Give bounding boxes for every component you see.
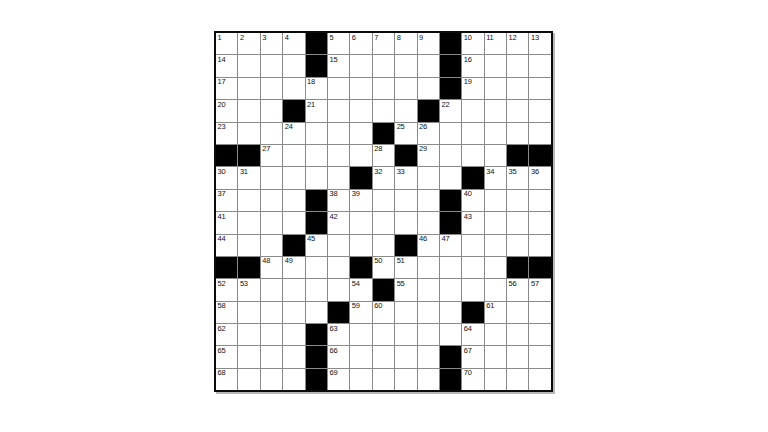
cell-r7c15[interactable]: 36 xyxy=(529,167,550,188)
cell-r13c7[interactable]: 59 xyxy=(350,302,371,323)
black-cell-r3c11 xyxy=(440,78,461,99)
clue-number-64: 64 xyxy=(464,325,472,333)
cell-r1c7[interactable]: 6 xyxy=(350,33,371,54)
clue-number-61: 61 xyxy=(486,302,494,310)
cell-r13c11[interactable] xyxy=(440,302,461,323)
cell-r3c15[interactable] xyxy=(529,78,550,99)
cell-r16c7[interactable] xyxy=(350,369,371,390)
cell-r14c10[interactable] xyxy=(418,324,439,345)
cell-r2c1[interactable]: 14 xyxy=(216,55,237,76)
clue-number-66: 66 xyxy=(329,347,337,355)
clue-number-33: 33 xyxy=(397,168,405,176)
cell-r12c1[interactable]: 52 xyxy=(216,279,237,300)
cell-r9c8[interactable] xyxy=(373,212,394,233)
clue-number-13: 13 xyxy=(531,34,539,42)
cell-r2c13[interactable] xyxy=(485,55,506,76)
cell-r15c2[interactable] xyxy=(238,346,259,367)
cell-r9c7[interactable] xyxy=(350,212,371,233)
cell-r3c5[interactable]: 18 xyxy=(306,78,327,99)
cell-r2c10[interactable] xyxy=(418,55,439,76)
cell-r4c9[interactable] xyxy=(395,100,416,121)
cell-r3c6[interactable] xyxy=(328,78,349,99)
clue-number-11: 11 xyxy=(486,34,493,42)
clue-number-34: 34 xyxy=(486,168,494,176)
cell-r5c12[interactable] xyxy=(462,123,483,144)
cell-r9c1[interactable]: 41 xyxy=(216,212,237,233)
cell-r16c9[interactable] xyxy=(395,369,416,390)
cell-r12c13[interactable] xyxy=(485,279,506,300)
clue-number-70: 70 xyxy=(464,369,472,377)
black-cell-r7c12 xyxy=(462,167,483,188)
cell-r6c4[interactable] xyxy=(283,145,304,166)
cell-r9c10[interactable] xyxy=(418,212,439,233)
black-cell-r11c1 xyxy=(216,257,237,278)
clue-number-21: 21 xyxy=(307,101,315,109)
cell-r16c10[interactable] xyxy=(418,369,439,390)
cell-r15c9[interactable] xyxy=(395,346,416,367)
cell-r7c13[interactable]: 34 xyxy=(485,167,506,188)
cell-r6c5[interactable] xyxy=(306,145,327,166)
cell-r10c12[interactable] xyxy=(462,235,483,256)
clue-number-31: 31 xyxy=(240,168,248,176)
cell-r1c14[interactable]: 12 xyxy=(507,33,528,54)
cell-r6c10[interactable]: 29 xyxy=(418,145,439,166)
black-cell-r6c14 xyxy=(507,145,528,166)
black-cell-r2c11 xyxy=(440,55,461,76)
cell-r10c5[interactable]: 45 xyxy=(306,235,327,256)
cell-r2c8[interactable] xyxy=(373,55,394,76)
black-cell-r10c9 xyxy=(395,235,416,256)
clue-number-18: 18 xyxy=(307,78,315,86)
cell-r12c6[interactable] xyxy=(328,279,349,300)
cell-r2c15[interactable] xyxy=(529,55,550,76)
cell-r15c3[interactable] xyxy=(261,346,282,367)
cell-r10c10[interactable]: 46 xyxy=(418,235,439,256)
cell-r12c11[interactable] xyxy=(440,279,461,300)
cell-r5c7[interactable] xyxy=(350,123,371,144)
cell-r9c4[interactable] xyxy=(283,212,304,233)
cell-r12c7[interactable]: 54 xyxy=(350,279,371,300)
cell-r15c7[interactable] xyxy=(350,346,371,367)
cell-r12c10[interactable] xyxy=(418,279,439,300)
cell-r11c12[interactable] xyxy=(462,257,483,278)
black-cell-r15c11 xyxy=(440,346,461,367)
crossword-grid: 1234567891011121314151617181920212223242… xyxy=(214,31,553,392)
black-cell-r8c5 xyxy=(306,190,327,211)
cell-r8c14[interactable] xyxy=(507,190,528,211)
black-cell-r9c11 xyxy=(440,212,461,233)
cell-r10c14[interactable] xyxy=(507,235,528,256)
clue-number-7: 7 xyxy=(374,34,378,42)
cell-r2c7[interactable] xyxy=(350,55,371,76)
clue-number-38: 38 xyxy=(329,190,337,198)
cell-r4c8[interactable] xyxy=(373,100,394,121)
clue-number-65: 65 xyxy=(218,347,226,355)
cell-r1c12[interactable]: 10 xyxy=(462,33,483,54)
cell-r10c3[interactable] xyxy=(261,235,282,256)
cell-r5c6[interactable] xyxy=(328,123,349,144)
clue-number-57: 57 xyxy=(531,280,539,288)
cell-r1c15[interactable]: 13 xyxy=(529,33,550,54)
black-cell-r13c6 xyxy=(328,302,349,323)
black-cell-r16c5 xyxy=(306,369,327,390)
cell-r1c3[interactable]: 3 xyxy=(261,33,282,54)
clue-number-20: 20 xyxy=(218,101,226,109)
black-cell-r11c7 xyxy=(350,257,371,278)
clue-number-14: 14 xyxy=(218,56,226,64)
black-cell-r10c4 xyxy=(283,235,304,256)
cell-r3c3[interactable] xyxy=(261,78,282,99)
cell-r3c14[interactable] xyxy=(507,78,528,99)
cell-r8c2[interactable] xyxy=(238,190,259,211)
cell-r1c13[interactable]: 11 xyxy=(485,33,506,54)
cell-r10c8[interactable] xyxy=(373,235,394,256)
cell-r11c3[interactable]: 48 xyxy=(261,257,282,278)
cell-r14c14[interactable] xyxy=(507,324,528,345)
cell-r3c1[interactable]: 17 xyxy=(216,78,237,99)
cell-r16c4[interactable] xyxy=(283,369,304,390)
clue-number-22: 22 xyxy=(441,101,449,109)
cell-r7c9[interactable]: 33 xyxy=(395,167,416,188)
cell-r8c6[interactable]: 38 xyxy=(328,190,349,211)
cell-r12c9[interactable]: 55 xyxy=(395,279,416,300)
cell-r6c12[interactable] xyxy=(462,145,483,166)
cell-r13c14[interactable] xyxy=(507,302,528,323)
black-cell-r8c11 xyxy=(440,190,461,211)
cell-r4c14[interactable] xyxy=(507,100,528,121)
cell-r14c2[interactable] xyxy=(238,324,259,345)
cell-r10c6[interactable] xyxy=(328,235,349,256)
cell-r14c13[interactable] xyxy=(485,324,506,345)
black-cell-r6c9 xyxy=(395,145,416,166)
cell-r15c12[interactable]: 67 xyxy=(462,346,483,367)
cell-r8c7[interactable]: 39 xyxy=(350,190,371,211)
clue-number-15: 15 xyxy=(329,56,337,64)
clue-number-49: 49 xyxy=(285,257,293,265)
cell-r14c4[interactable] xyxy=(283,324,304,345)
clue-number-25: 25 xyxy=(397,123,405,131)
clue-number-1: 1 xyxy=(218,34,222,42)
cell-r3c13[interactable] xyxy=(485,78,506,99)
cell-r5c1[interactable]: 23 xyxy=(216,123,237,144)
cell-r6c3[interactable]: 27 xyxy=(261,145,282,166)
clue-number-28: 28 xyxy=(374,145,382,153)
black-cell-r14c5 xyxy=(306,324,327,345)
black-cell-r7c7 xyxy=(350,167,371,188)
clue-number-44: 44 xyxy=(218,235,226,243)
black-cell-r11c2 xyxy=(238,257,259,278)
cell-r14c6[interactable]: 63 xyxy=(328,324,349,345)
clue-number-16: 16 xyxy=(464,56,472,64)
cell-r6c8[interactable]: 28 xyxy=(373,145,394,166)
clue-number-36: 36 xyxy=(531,168,539,176)
page: 1234567891011121314151617181920212223242… xyxy=(0,0,768,432)
cell-r5c10[interactable]: 26 xyxy=(418,123,439,144)
cell-r4c6[interactable] xyxy=(328,100,349,121)
cell-r9c14[interactable] xyxy=(507,212,528,233)
cell-r5c5[interactable] xyxy=(306,123,327,144)
cell-r10c15[interactable] xyxy=(529,235,550,256)
cell-r13c13[interactable]: 61 xyxy=(485,302,506,323)
cell-r14c11[interactable] xyxy=(440,324,461,345)
cell-r1c1[interactable]: 1 xyxy=(216,33,237,54)
cell-r9c15[interactable] xyxy=(529,212,550,233)
clue-number-27: 27 xyxy=(262,145,270,153)
black-cell-r15c5 xyxy=(306,346,327,367)
cell-r13c10[interactable] xyxy=(418,302,439,323)
cell-r2c4[interactable] xyxy=(283,55,304,76)
cell-r13c1[interactable]: 58 xyxy=(216,302,237,323)
cell-r9c13[interactable] xyxy=(485,212,506,233)
cell-r14c8[interactable] xyxy=(373,324,394,345)
clue-number-40: 40 xyxy=(464,190,472,198)
cell-r8c9[interactable] xyxy=(395,190,416,211)
cell-r15c13[interactable] xyxy=(485,346,506,367)
cell-r14c12[interactable]: 64 xyxy=(462,324,483,345)
clue-number-19: 19 xyxy=(464,78,472,86)
cell-r5c9[interactable]: 25 xyxy=(395,123,416,144)
clue-number-45: 45 xyxy=(307,235,315,243)
cell-r15c14[interactable] xyxy=(507,346,528,367)
cell-r8c15[interactable] xyxy=(529,190,550,211)
black-cell-r9c5 xyxy=(306,212,327,233)
cell-r10c2[interactable] xyxy=(238,235,259,256)
clue-number-35: 35 xyxy=(509,168,517,176)
cell-r3c2[interactable] xyxy=(238,78,259,99)
black-cell-r1c11 xyxy=(440,33,461,54)
clue-number-53: 53 xyxy=(240,280,248,288)
cell-r4c11[interactable]: 22 xyxy=(440,100,461,121)
cell-r3c7[interactable] xyxy=(350,78,371,99)
cell-r11c4[interactable]: 49 xyxy=(283,257,304,278)
cell-r4c5[interactable]: 21 xyxy=(306,100,327,121)
clue-number-69: 69 xyxy=(329,369,337,377)
cell-r1c10[interactable]: 9 xyxy=(418,33,439,54)
cell-r9c3[interactable] xyxy=(261,212,282,233)
cell-r10c7[interactable] xyxy=(350,235,371,256)
clue-number-4: 4 xyxy=(285,34,289,42)
cell-r7c10[interactable] xyxy=(418,167,439,188)
cell-r8c1[interactable]: 37 xyxy=(216,190,237,211)
cell-r5c4[interactable]: 24 xyxy=(283,123,304,144)
cell-r2c12[interactable]: 16 xyxy=(462,55,483,76)
clue-number-32: 32 xyxy=(374,168,382,176)
cell-r4c15[interactable] xyxy=(529,100,550,121)
clue-number-41: 41 xyxy=(218,213,226,221)
black-cell-r6c1 xyxy=(216,145,237,166)
cell-r13c8[interactable]: 60 xyxy=(373,302,394,323)
clue-number-54: 54 xyxy=(352,280,360,288)
cell-r3c10[interactable] xyxy=(418,78,439,99)
cell-r16c8[interactable] xyxy=(373,369,394,390)
cell-r15c1[interactable]: 65 xyxy=(216,346,237,367)
cell-r1c8[interactable]: 7 xyxy=(373,33,394,54)
cell-r9c2[interactable] xyxy=(238,212,259,233)
cell-r5c11[interactable] xyxy=(440,123,461,144)
cell-r13c4[interactable] xyxy=(283,302,304,323)
cell-r12c2[interactable]: 53 xyxy=(238,279,259,300)
cell-r8c13[interactable] xyxy=(485,190,506,211)
cell-r14c9[interactable] xyxy=(395,324,416,345)
cell-r5c13[interactable] xyxy=(485,123,506,144)
black-cell-r16c11 xyxy=(440,369,461,390)
cell-r4c7[interactable] xyxy=(350,100,371,121)
clue-number-30: 30 xyxy=(218,168,226,176)
cell-r5c14[interactable] xyxy=(507,123,528,144)
cell-r7c8[interactable]: 32 xyxy=(373,167,394,188)
cell-r2c2[interactable] xyxy=(238,55,259,76)
cell-r12c5[interactable] xyxy=(306,279,327,300)
clue-number-46: 46 xyxy=(419,235,427,243)
cell-r10c1[interactable]: 44 xyxy=(216,235,237,256)
cell-r4c13[interactable] xyxy=(485,100,506,121)
cell-r14c7[interactable] xyxy=(350,324,371,345)
cell-r9c6[interactable]: 42 xyxy=(328,212,349,233)
black-cell-r6c15 xyxy=(529,145,550,166)
cell-r14c3[interactable] xyxy=(261,324,282,345)
cell-r4c12[interactable] xyxy=(462,100,483,121)
cell-r9c9[interactable] xyxy=(395,212,416,233)
cell-r16c13[interactable] xyxy=(485,369,506,390)
cell-r4c1[interactable]: 20 xyxy=(216,100,237,121)
clue-number-26: 26 xyxy=(419,123,427,131)
cell-r16c15[interactable] xyxy=(529,369,550,390)
cell-r7c2[interactable]: 31 xyxy=(238,167,259,188)
cell-r11c6[interactable] xyxy=(328,257,349,278)
cell-r15c6[interactable]: 66 xyxy=(328,346,349,367)
cell-r12c12[interactable] xyxy=(462,279,483,300)
cell-r16c2[interactable] xyxy=(238,369,259,390)
cell-r6c7[interactable] xyxy=(350,145,371,166)
cell-r5c3[interactable] xyxy=(261,123,282,144)
cell-r12c14[interactable]: 56 xyxy=(507,279,528,300)
clue-number-23: 23 xyxy=(218,123,226,131)
cell-r13c2[interactable] xyxy=(238,302,259,323)
cell-r1c4[interactable]: 4 xyxy=(283,33,304,54)
clue-number-56: 56 xyxy=(509,280,517,288)
cell-r7c14[interactable]: 35 xyxy=(507,167,528,188)
black-cell-r4c10 xyxy=(418,100,439,121)
cell-r15c4[interactable] xyxy=(283,346,304,367)
cell-r5c15[interactable] xyxy=(529,123,550,144)
cell-r15c15[interactable] xyxy=(529,346,550,367)
cell-r3c9[interactable] xyxy=(395,78,416,99)
cell-r13c5[interactable] xyxy=(306,302,327,323)
cell-r7c3[interactable] xyxy=(261,167,282,188)
cell-r3c8[interactable] xyxy=(373,78,394,99)
cell-r15c10[interactable] xyxy=(418,346,439,367)
cell-r16c14[interactable] xyxy=(507,369,528,390)
cell-r8c8[interactable] xyxy=(373,190,394,211)
cell-r7c11[interactable] xyxy=(440,167,461,188)
cell-r6c13[interactable] xyxy=(485,145,506,166)
cell-r2c3[interactable] xyxy=(261,55,282,76)
clue-number-9: 9 xyxy=(419,34,423,42)
cell-r10c13[interactable] xyxy=(485,235,506,256)
clue-number-17: 17 xyxy=(218,78,226,86)
cell-r16c12[interactable]: 70 xyxy=(462,369,483,390)
cell-r1c6[interactable]: 5 xyxy=(328,33,349,54)
cell-r11c8[interactable]: 50 xyxy=(373,257,394,278)
cell-r14c1[interactable]: 62 xyxy=(216,324,237,345)
cell-r10c11[interactable]: 47 xyxy=(440,235,461,256)
cell-r13c3[interactable] xyxy=(261,302,282,323)
cell-r16c3[interactable] xyxy=(261,369,282,390)
clue-number-37: 37 xyxy=(218,190,226,198)
clue-number-67: 67 xyxy=(464,347,472,355)
clue-number-50: 50 xyxy=(374,257,382,265)
cell-r6c6[interactable] xyxy=(328,145,349,166)
clue-number-3: 3 xyxy=(262,34,266,42)
cell-r6c11[interactable] xyxy=(440,145,461,166)
cell-r4c2[interactable] xyxy=(238,100,259,121)
cell-r12c4[interactable] xyxy=(283,279,304,300)
cell-r13c15[interactable] xyxy=(529,302,550,323)
cell-r11c11[interactable] xyxy=(440,257,461,278)
black-cell-r5c8 xyxy=(373,123,394,144)
black-cell-r2c5 xyxy=(306,55,327,76)
clue-number-62: 62 xyxy=(218,325,226,333)
cell-r11c5[interactable] xyxy=(306,257,327,278)
cell-r3c4[interactable] xyxy=(283,78,304,99)
clue-number-6: 6 xyxy=(352,34,356,42)
clue-number-43: 43 xyxy=(464,213,472,221)
clue-number-51: 51 xyxy=(397,257,405,265)
black-cell-r6c2 xyxy=(238,145,259,166)
black-cell-r4c4 xyxy=(283,100,304,121)
clue-number-24: 24 xyxy=(285,123,293,131)
black-cell-r13c12 xyxy=(462,302,483,323)
cell-r14c15[interactable] xyxy=(529,324,550,345)
cell-r2c14[interactable] xyxy=(507,55,528,76)
clue-number-2: 2 xyxy=(240,34,244,42)
clue-number-60: 60 xyxy=(374,302,382,310)
cell-r11c9[interactable]: 51 xyxy=(395,257,416,278)
cell-r1c9[interactable]: 8 xyxy=(395,33,416,54)
cell-r5c2[interactable] xyxy=(238,123,259,144)
cell-r16c6[interactable]: 69 xyxy=(328,369,349,390)
cell-r13c9[interactable] xyxy=(395,302,416,323)
cell-r3c12[interactable]: 19 xyxy=(462,78,483,99)
cell-r15c8[interactable] xyxy=(373,346,394,367)
cell-r12c3[interactable] xyxy=(261,279,282,300)
cell-r8c12[interactable]: 40 xyxy=(462,190,483,211)
cell-r16c1[interactable]: 68 xyxy=(216,369,237,390)
clue-number-47: 47 xyxy=(441,235,449,243)
clue-number-59: 59 xyxy=(352,302,360,310)
cell-r7c1[interactable]: 30 xyxy=(216,167,237,188)
cell-r7c4[interactable] xyxy=(283,167,304,188)
cell-r7c6[interactable] xyxy=(328,167,349,188)
cell-r2c6[interactable]: 15 xyxy=(328,55,349,76)
black-cell-r12c8 xyxy=(373,279,394,300)
cell-r8c3[interactable] xyxy=(261,190,282,211)
cell-r8c10[interactable] xyxy=(418,190,439,211)
cell-r7c5[interactable] xyxy=(306,167,327,188)
clue-number-12: 12 xyxy=(509,34,517,42)
cell-r1c2[interactable]: 2 xyxy=(238,33,259,54)
cell-r9c12[interactable]: 43 xyxy=(462,212,483,233)
cell-r4c3[interactable] xyxy=(261,100,282,121)
cell-r2c9[interactable] xyxy=(395,55,416,76)
cell-r12c15[interactable]: 57 xyxy=(529,279,550,300)
black-cell-r11c15 xyxy=(529,257,550,278)
cell-r11c13[interactable] xyxy=(485,257,506,278)
black-cell-r11c14 xyxy=(507,257,528,278)
cell-r8c4[interactable] xyxy=(283,190,304,211)
cell-r11c10[interactable] xyxy=(418,257,439,278)
clue-number-52: 52 xyxy=(218,280,226,288)
